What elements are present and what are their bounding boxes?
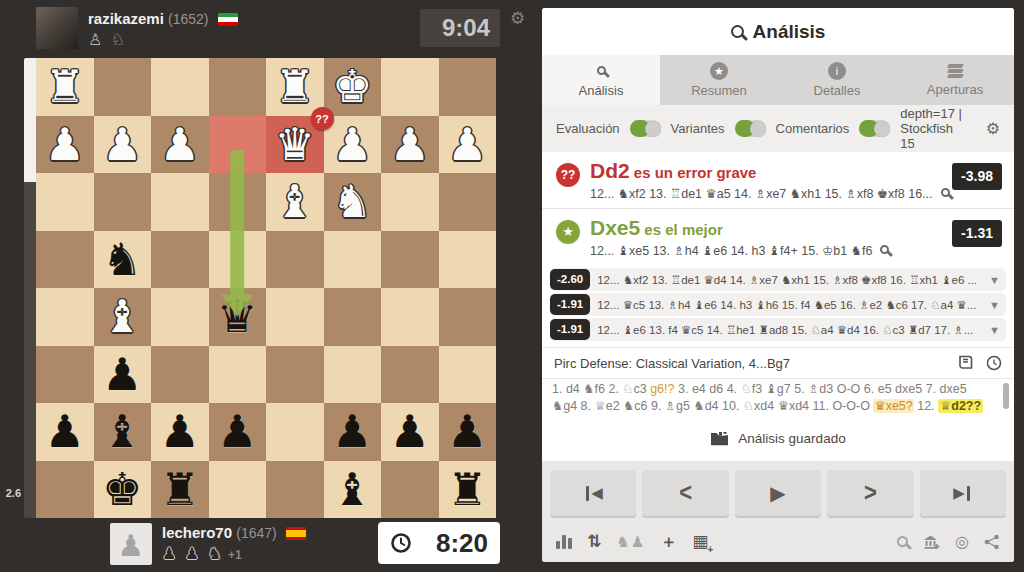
square-h5[interactable] xyxy=(36,288,94,346)
square-d8[interactable] xyxy=(266,461,324,519)
variation-eval-badge: -1.91 xyxy=(550,294,590,315)
report-chart-icon[interactable] xyxy=(556,534,572,549)
blunder-badge: ?? xyxy=(311,107,334,130)
square-e4[interactable] xyxy=(209,231,267,289)
toggle-bar: Evaluación Variantes Comentarios depth=1… xyxy=(542,105,1014,152)
material-advantage: +1 xyxy=(228,548,242,562)
piece-bk-g8[interactable]: ♚ xyxy=(102,461,142,518)
square-c7[interactable]: ♟ xyxy=(324,403,382,461)
square-e5[interactable]: ♛ xyxy=(209,288,267,346)
add-icon[interactable]: ＋ xyxy=(660,530,677,553)
piece-bp-a7[interactable]: ♟ xyxy=(447,403,487,460)
game-settings-gear-icon[interactable]: ⚙ xyxy=(510,8,525,29)
bottom-player-name[interactable]: lechero70 (1647) xyxy=(162,524,306,541)
square-c1[interactable]: ♚ xyxy=(324,58,382,116)
bottom-clock-time: 8:20 xyxy=(412,528,488,559)
piece-wb-g5[interactable]: ♝ xyxy=(102,288,142,345)
library-icon[interactable] xyxy=(923,534,940,550)
square-d6[interactable] xyxy=(266,346,324,404)
piece-wp-c2[interactable]: ♟ xyxy=(332,116,372,173)
square-e8[interactable] xyxy=(209,461,267,519)
move-list-row[interactable]: ♞g4 8. ♕e2 ♞c6 9. ♗g5 ♞d4 10. ♘xd4 ♛xd4 … xyxy=(552,398,998,415)
best-eval-badge: -1.31 xyxy=(952,220,1002,247)
tab-analisis[interactable]: Análisis xyxy=(542,55,660,105)
best-line-title: Dxe5 es el mejor xyxy=(590,216,952,240)
spain-flag-icon xyxy=(286,527,306,540)
bottom-player-rating: (1647) xyxy=(236,525,276,541)
best-line-badge: ★ xyxy=(556,220,580,244)
bottom-captured-glyphs: ♟ ♟ ♞ xyxy=(162,545,224,562)
top-player-name[interactable]: razikazemi (1652) xyxy=(88,10,238,27)
piece-wp-h2[interactable]: ♟ xyxy=(45,116,85,173)
piece-bp-b7[interactable]: ♟ xyxy=(390,403,430,460)
panel-header: Análisis xyxy=(542,8,1014,55)
chevron-down-icon[interactable]: ▼ xyxy=(989,324,1000,336)
square-h4[interactable] xyxy=(36,231,94,289)
target-icon[interactable]: ◎ xyxy=(955,532,969,551)
piece-wp-b2[interactable]: ♟ xyxy=(390,116,430,173)
square-a6[interactable] xyxy=(439,346,497,404)
square-c3[interactable]: ♞ xyxy=(324,173,382,231)
piece-bb-c8[interactable]: ♝ xyxy=(332,461,372,518)
zoom-search-icon[interactable] xyxy=(897,536,908,547)
move-list[interactable]: 1. d4 ♞f6 2. ♘c3 g6!? 3. e4 d6 4. ♘f3 ♝g… xyxy=(542,378,1014,415)
engine-settings-gear-icon[interactable]: ⚙ xyxy=(986,119,1000,138)
square-e6[interactable] xyxy=(209,346,267,404)
piece-bq-e5[interactable]: ♛ xyxy=(217,288,257,345)
toggle-evaluacion-label: Evaluación xyxy=(556,121,620,136)
square-e2[interactable] xyxy=(209,116,267,174)
scrollbar-thumb[interactable] xyxy=(1003,383,1009,409)
toggle-variantes[interactable] xyxy=(735,120,766,137)
opening-name-row[interactable]: Pirc Defense: Classical Variation, 4...B… xyxy=(542,347,1014,378)
square-b5[interactable] xyxy=(381,288,439,346)
engine-depth-info: depth=17 | Stockfish 15 xyxy=(900,106,967,151)
piece-bp-h7[interactable]: ♟ xyxy=(45,403,85,460)
blunder-line-title: Dd2 es un error grave xyxy=(590,159,952,183)
piece-wb-d3[interactable]: ♝ xyxy=(275,173,315,230)
variation-moves: 12... ♞xf2 13. ♖de1 ♛d4 14. ♗xe7 ♞xh1 15… xyxy=(597,273,985,287)
piece-bp-g6[interactable]: ♟ xyxy=(102,346,142,403)
square-f8[interactable]: ♜ xyxy=(151,461,209,519)
chevron-down-icon[interactable]: ▼ xyxy=(989,274,1000,286)
chevron-down-icon[interactable]: ▼ xyxy=(989,299,1000,311)
square-g4[interactable]: ♞ xyxy=(94,231,152,289)
square-g3[interactable] xyxy=(94,173,152,231)
saved-folder-icon xyxy=(710,431,729,446)
square-h8[interactable] xyxy=(36,461,94,519)
tab-bar: Análisis ★ Resumen i Detalles Aperturas xyxy=(542,55,1014,105)
piece-br-a8[interactable]: ♜ xyxy=(447,461,487,518)
piece-bn-g4[interactable]: ♞ xyxy=(102,231,142,288)
variation-row[interactable]: -2.60 12... ♞xf2 13. ♖de1 ♛d4 14. ♗xe7 ♞… xyxy=(550,268,1006,291)
analysis-line-blunder[interactable]: ?? Dd2 es un error grave 12... ♞xf2 13. … xyxy=(542,152,1014,208)
square-f2[interactable]: ♟ xyxy=(151,116,209,174)
top-captured-pieces: ♙ ♘ xyxy=(88,30,127,49)
first-move-button[interactable]: ◀ xyxy=(550,470,636,516)
saved-analysis-row[interactable]: Análisis guardado xyxy=(542,415,1014,461)
square-h7[interactable]: ♟ xyxy=(36,403,94,461)
chess-board[interactable]: ♜♜♚♟♟♟♛♟♟♟♝♞♞♝♛♟♟♝♟♟♟♟♟♚♜♝♜ xyxy=(36,58,496,518)
square-b8[interactable] xyxy=(381,461,439,519)
square-a1[interactable] xyxy=(439,58,497,116)
square-f1[interactable] xyxy=(151,58,209,116)
top-player-username[interactable]: razikazemi xyxy=(88,10,164,27)
square-f4[interactable] xyxy=(151,231,209,289)
square-g8[interactable]: ♚ xyxy=(94,461,152,519)
practice-pieces-icon[interactable]: ♞♟ xyxy=(616,533,645,551)
square-h6[interactable] xyxy=(36,346,94,404)
game-panel: razikazemi (1652) ♙ ♘ 9:04 ⚙ 2.6 ♜♜♚♟♟♟♛… xyxy=(0,0,542,572)
square-a2[interactable]: ♟ xyxy=(439,116,497,174)
piece-bb-g7[interactable]: ♝ xyxy=(102,403,142,460)
square-f6[interactable] xyxy=(151,346,209,404)
bottom-player-clock: 8:20 xyxy=(378,522,500,564)
piece-bp-c7[interactable]: ♟ xyxy=(332,403,372,460)
square-e7[interactable]: ♟ xyxy=(209,403,267,461)
piece-wk-c1[interactable]: ♚ xyxy=(332,58,372,115)
square-d1[interactable]: ♜ xyxy=(266,58,324,116)
move-list-row[interactable]: 1. d4 ♞f6 2. ♘c3 g6!? 3. e4 d6 4. ♘f3 ♝g… xyxy=(552,381,998,398)
square-c6[interactable] xyxy=(324,346,382,404)
tab-detalles-label: Detalles xyxy=(814,83,861,98)
next-move-button[interactable]: > xyxy=(827,470,913,516)
variation-moves: 12... ♝e6 13. f4 ♛c5 14. ♖he1 ♜ad8 15. ♘… xyxy=(597,323,985,337)
blunder-line-pv: 12... ♞xf2 13. ♖de1 ♛a5 14. ♗xe7 ♞xh1 15… xyxy=(590,186,952,201)
opening-book-icon[interactable] xyxy=(958,355,974,370)
tab-resumen-label: Resumen xyxy=(691,83,747,98)
toggle-comentarios-label: Comentarios xyxy=(776,121,850,136)
variation-row[interactable]: -1.91 12... ♝e6 13. f4 ♛c5 14. ♖he1 ♜ad8… xyxy=(550,318,1006,341)
avatar-bottom-player[interactable]: ♟ xyxy=(110,523,152,565)
tab-aperturas[interactable]: Aperturas xyxy=(896,55,1014,105)
bottom-captured-pieces: ♟ ♟ ♞+1 xyxy=(162,544,242,563)
openings-book-stack-icon xyxy=(948,63,963,80)
magnifier-star-icon xyxy=(592,62,610,80)
pv-magnifier-icon[interactable] xyxy=(880,245,889,254)
square-a8[interactable]: ♜ xyxy=(439,461,497,519)
square-f5[interactable] xyxy=(151,288,209,346)
engine-variations: -2.60 12... ♞xf2 13. ♖de1 ♛d4 14. ♗xe7 ♞… xyxy=(542,264,1014,347)
piece-br-f8[interactable]: ♜ xyxy=(160,461,200,518)
blunder-line-badge: ?? xyxy=(556,163,580,187)
tab-aperturas-label: Aperturas xyxy=(927,82,983,97)
variation-eval-badge: -2.60 xyxy=(550,269,590,290)
square-b6[interactable] xyxy=(381,346,439,404)
opening-name: Pirc Defense: Classical Variation, 4...B… xyxy=(554,356,790,371)
square-a7[interactable]: ♟ xyxy=(439,403,497,461)
analysis-magnifier-icon xyxy=(731,25,744,38)
clock-icon xyxy=(390,532,412,554)
panel-title: Análisis xyxy=(753,21,826,43)
piece-wp-g2[interactable]: ♟ xyxy=(102,116,142,173)
explorer-compass-icon[interactable] xyxy=(986,355,1002,371)
square-h1[interactable]: ♜ xyxy=(36,58,94,116)
variation-moves: 12... ♛c5 13. ♗h4 ♝e6 14. h3 ♝h6 15. f4 … xyxy=(597,298,985,312)
flip-board-icon[interactable]: ⇅ xyxy=(587,531,601,552)
square-e1[interactable] xyxy=(209,58,267,116)
square-d4[interactable] xyxy=(266,231,324,289)
square-b2[interactable]: ♟ xyxy=(381,116,439,174)
pv-magnifier-icon[interactable] xyxy=(941,188,950,197)
tab-resumen[interactable]: ★ Resumen xyxy=(660,55,778,105)
share-icon[interactable] xyxy=(984,534,1000,550)
piece-bp-e7[interactable]: ♟ xyxy=(217,403,257,460)
square-b1[interactable] xyxy=(381,58,439,116)
piece-wr-d1[interactable]: ♜ xyxy=(275,58,315,115)
square-c5[interactable] xyxy=(324,288,382,346)
square-f3[interactable] xyxy=(151,173,209,231)
square-g2[interactable]: ♟ xyxy=(94,116,152,174)
square-f7[interactable]: ♟ xyxy=(151,403,209,461)
avatar-top-player[interactable] xyxy=(36,7,78,49)
square-d7[interactable] xyxy=(266,403,324,461)
analysis-panel: Análisis Análisis ★ Resumen i Detalles A… xyxy=(542,8,1014,562)
square-c8[interactable]: ♝ xyxy=(324,461,382,519)
bottom-player-username[interactable]: lechero70 xyxy=(162,524,232,541)
top-player-clock: 9:04 xyxy=(420,9,500,47)
top-player-rating: (1652) xyxy=(168,11,208,27)
info-circle-icon: i xyxy=(828,62,846,80)
best-line-pv: 12... ♝xe5 13. ♗h4 ♝e6 14. h3 ♝f4+ 15. ♔… xyxy=(590,243,952,258)
square-b3[interactable] xyxy=(381,173,439,231)
play-button[interactable]: ▶ xyxy=(735,470,821,516)
square-h3[interactable] xyxy=(36,173,94,231)
analysis-line-best[interactable]: ★ Dxe5 es el mejor 12... ♝xe5 13. ♗h4 ♝e… xyxy=(542,208,1014,264)
square-h2[interactable]: ♟ xyxy=(36,116,94,174)
square-a3[interactable] xyxy=(439,173,497,231)
setup-board-icon[interactable]: ▦+ xyxy=(692,531,708,552)
square-b4[interactable] xyxy=(381,231,439,289)
tab-analisis-label: Análisis xyxy=(579,83,624,98)
navigation-zone: ◀ < ▶ > ▶ ⇅ ♞♟ ＋ ▦+ ◎ xyxy=(542,461,1014,562)
star-circle-icon: ★ xyxy=(710,62,728,80)
evaluation-value: 2.6 xyxy=(0,487,21,499)
toggle-variantes-label: Variantes xyxy=(671,121,725,136)
blunder-eval-badge: -3.98 xyxy=(952,163,1002,190)
square-a5[interactable] xyxy=(439,288,497,346)
square-g5[interactable]: ♝ xyxy=(94,288,152,346)
piece-wq-d2[interactable]: ♛ xyxy=(275,116,315,173)
square-d5[interactable] xyxy=(266,288,324,346)
square-g7[interactable]: ♝ xyxy=(94,403,152,461)
saved-analysis-label: Análisis guardado xyxy=(738,431,845,446)
last-move-button[interactable]: ▶ xyxy=(920,470,1006,516)
iran-flag-icon xyxy=(218,13,238,26)
piece-bp-f7[interactable]: ♟ xyxy=(160,403,200,460)
piece-wr-h1[interactable]: ♜ xyxy=(45,58,85,115)
piece-wn-c3[interactable]: ♞ xyxy=(332,173,372,230)
square-g6[interactable]: ♟ xyxy=(94,346,152,404)
toggle-evaluacion[interactable] xyxy=(630,120,661,137)
variation-row[interactable]: -1.91 12... ♛c5 13. ♗h4 ♝e6 14. h3 ♝h6 1… xyxy=(550,293,1006,316)
square-d3[interactable]: ♝ xyxy=(266,173,324,231)
tab-detalles[interactable]: i Detalles xyxy=(778,55,896,105)
piece-wp-f2[interactable]: ♟ xyxy=(160,116,200,173)
piece-wp-a2[interactable]: ♟ xyxy=(447,116,487,173)
variation-eval-badge: -1.91 xyxy=(550,319,590,340)
toggle-comentarios[interactable] xyxy=(859,120,890,137)
prev-move-button[interactable]: < xyxy=(642,470,728,516)
square-g1[interactable] xyxy=(94,58,152,116)
square-a4[interactable] xyxy=(439,231,497,289)
square-b7[interactable]: ♟ xyxy=(381,403,439,461)
square-e3[interactable] xyxy=(209,173,267,231)
square-c4[interactable] xyxy=(324,231,382,289)
